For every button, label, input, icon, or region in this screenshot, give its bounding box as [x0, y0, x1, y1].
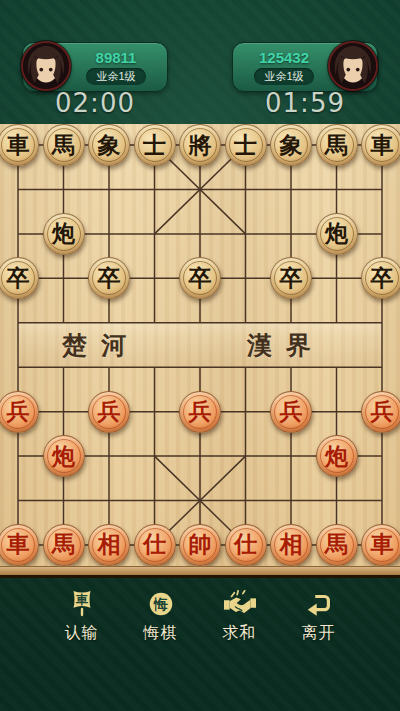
piece-red-soldier-r6c4[interactable]: 兵 — [179, 391, 221, 433]
piece-black-soldier-r3c4[interactable]: 卒 — [179, 257, 221, 299]
handshake-icon — [222, 588, 258, 620]
surrender-flag-icon: 車 — [67, 588, 97, 620]
bottom-toolbar: 車 认输 悔 悔棋 — [0, 588, 400, 644]
xiangqi-game-screen: 89811 业余1级 02:00 125432 业余1级 — [0, 0, 400, 711]
player-left-rank-badge: 业余1级 — [86, 68, 145, 85]
piece-red-cannon-r7c7[interactable]: 炮 — [316, 435, 358, 477]
svg-text:悔: 悔 — [152, 596, 167, 612]
leave-button[interactable]: 离开 — [283, 588, 355, 644]
piece-red-chariot-r9c0[interactable]: 車 — [0, 524, 39, 566]
offer-draw-button[interactable]: 求和 — [204, 588, 276, 644]
resign-label: 认输 — [65, 623, 99, 644]
board-bottom-edge — [0, 566, 400, 578]
player-right-rank-badge: 业余1级 — [254, 68, 313, 85]
leave-arrow-icon — [304, 588, 334, 620]
piece-black-cannon-r2c7[interactable]: 炮 — [316, 213, 358, 255]
piece-red-advisor-r9c5[interactable]: 仕 — [225, 524, 267, 566]
piece-black-elephant-r0c2[interactable]: 象 — [88, 124, 130, 166]
player-left-score: 89811 — [96, 49, 137, 66]
player-left-avatar[interactable] — [21, 41, 71, 91]
piece-black-horse-r0c1[interactable]: 馬 — [43, 124, 85, 166]
piece-red-soldier-r6c8[interactable]: 兵 — [361, 391, 400, 433]
piece-black-elephant-r0c6[interactable]: 象 — [270, 124, 312, 166]
piece-red-advisor-r9c3[interactable]: 仕 — [134, 524, 176, 566]
piece-black-advisor-r0c3[interactable]: 士 — [134, 124, 176, 166]
piece-black-cannon-r2c1[interactable]: 炮 — [43, 213, 85, 255]
player-left-timer: 02:00 — [22, 88, 168, 118]
piece-black-soldier-r3c6[interactable]: 卒 — [270, 257, 312, 299]
pieces-layer: 車馬象士將士象馬車炮炮卒卒卒卒卒兵兵兵兵兵炮炮車馬相仕帥仕相馬車 — [0, 124, 400, 566]
piece-red-cannon-r7c1[interactable]: 炮 — [43, 435, 85, 477]
svg-text:車: 車 — [74, 593, 87, 607]
piece-black-chariot-r0c0[interactable]: 車 — [0, 124, 39, 166]
piece-red-elephant-r9c2[interactable]: 相 — [88, 524, 130, 566]
piece-red-chariot-r9c8[interactable]: 車 — [361, 524, 400, 566]
piece-red-general-r9c4[interactable]: 帥 — [179, 524, 221, 566]
piece-red-soldier-r6c2[interactable]: 兵 — [88, 391, 130, 433]
piece-black-chariot-r0c8[interactable]: 車 — [361, 124, 400, 166]
piece-red-horse-r9c7[interactable]: 馬 — [316, 524, 358, 566]
piece-black-soldier-r3c2[interactable]: 卒 — [88, 257, 130, 299]
undo-move-button[interactable]: 悔 悔棋 — [125, 588, 197, 644]
undo-move-label: 悔棋 — [144, 623, 178, 644]
piece-red-soldier-r6c6[interactable]: 兵 — [270, 391, 312, 433]
player-right-timer: 01:59 — [232, 88, 378, 118]
female-avatar-icon — [330, 43, 376, 89]
piece-red-elephant-r9c6[interactable]: 相 — [270, 524, 312, 566]
piece-black-soldier-r3c0[interactable]: 卒 — [0, 257, 39, 299]
piece-black-general-r0c4[interactable]: 將 — [179, 124, 221, 166]
piece-black-advisor-r0c5[interactable]: 士 — [225, 124, 267, 166]
offer-draw-label: 求和 — [223, 623, 257, 644]
resign-button[interactable]: 車 认输 — [46, 588, 118, 644]
xiangqi-board[interactable]: 楚河 漢界 車馬象士將士象馬車炮炮卒卒卒卒卒兵兵兵兵兵炮炮車馬相仕帥仕相馬車 — [0, 124, 400, 566]
undo-badge-icon: 悔 — [146, 588, 176, 620]
piece-red-horse-r9c1[interactable]: 馬 — [43, 524, 85, 566]
leave-label: 离开 — [302, 623, 336, 644]
piece-red-soldier-r6c0[interactable]: 兵 — [0, 391, 39, 433]
piece-black-horse-r0c7[interactable]: 馬 — [316, 124, 358, 166]
player-right-score: 125432 — [259, 49, 309, 66]
female-avatar-icon — [23, 43, 69, 89]
player-right-avatar[interactable] — [328, 41, 378, 91]
piece-black-soldier-r3c8[interactable]: 卒 — [361, 257, 400, 299]
